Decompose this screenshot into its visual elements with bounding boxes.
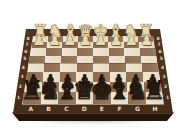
piece-white-pawn[interactable]: ♟: [33, 33, 46, 47]
piece-white-pawn[interactable]: ♟: [79, 33, 92, 47]
chess-set-photo: ABCDEFGHABCDEFGH1122334455667788 ♜♞♝♛♚♝♞…: [0, 0, 185, 128]
piece-white-pawn[interactable]: ♟: [110, 33, 123, 47]
piece-white-pawn[interactable]: ♟: [48, 33, 61, 47]
piece-white-pawn[interactable]: ♟: [94, 33, 107, 47]
pieces-layer: ♜♞♝♛♚♝♞♜♟♟♟♟♟♟♟♟♟♟♟♟♟♟♟♟♜♞♝♛♚♝♞♜: [0, 0, 185, 128]
piece-white-pawn[interactable]: ♟: [140, 33, 153, 47]
piece-white-pawn[interactable]: ♟: [64, 33, 77, 47]
piece-black-rook[interactable]: ♜: [143, 77, 166, 103]
piece-white-pawn[interactable]: ♟: [125, 33, 138, 47]
